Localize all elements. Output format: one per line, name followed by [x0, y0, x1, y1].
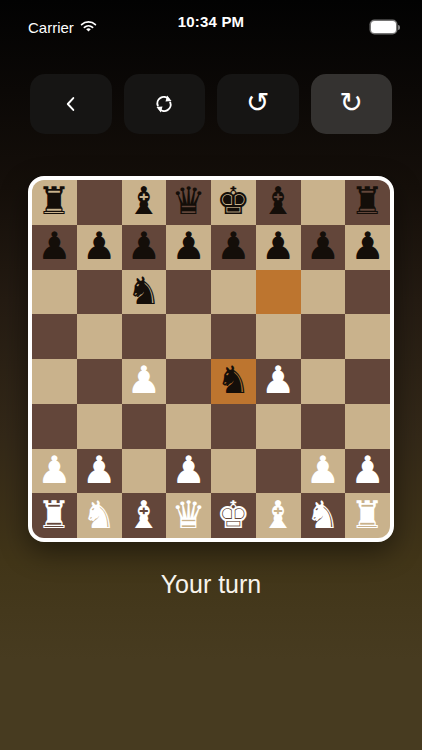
white-bishop: ♝: [261, 496, 295, 534]
square-h3[interactable]: [345, 404, 390, 449]
black-pawn: ♟: [37, 227, 71, 265]
square-f3[interactable]: [256, 404, 301, 449]
square-h4[interactable]: [345, 359, 390, 404]
square-a4[interactable]: [32, 359, 77, 404]
square-d6[interactable]: [166, 270, 211, 315]
square-h5[interactable]: [345, 314, 390, 359]
white-knight: ♞: [82, 496, 116, 534]
square-e5[interactable]: [211, 314, 256, 359]
square-b8[interactable]: [77, 180, 122, 225]
black-knight: ♞: [127, 272, 161, 310]
white-pawn: ♟: [82, 451, 116, 489]
back-button[interactable]: [30, 74, 112, 134]
square-a6[interactable]: [32, 270, 77, 315]
square-b3[interactable]: [77, 404, 122, 449]
square-b5[interactable]: [77, 314, 122, 359]
white-pawn: ♟: [351, 451, 385, 489]
flip-rotate-icon: [152, 92, 176, 116]
white-pawn: ♟: [306, 451, 340, 489]
square-c8[interactable]: ♝: [122, 180, 167, 225]
square-c4[interactable]: ♟: [122, 359, 167, 404]
square-g4[interactable]: [301, 359, 346, 404]
flip-board-button[interactable]: [124, 74, 206, 134]
carrier-label: Carrier: [28, 19, 74, 36]
square-a5[interactable]: [32, 314, 77, 359]
white-rook: ♜: [351, 496, 385, 534]
square-e1[interactable]: ♚: [211, 493, 256, 538]
chess-board: ♜♝♛♚♝♜♟♟♟♟♟♟♟♟♞♟♞♟♟♟♟♟♟♜♞♝♛♚♝♞♜: [28, 176, 394, 542]
white-bishop: ♝: [127, 496, 161, 534]
black-pawn: ♟: [261, 227, 295, 265]
white-pawn: ♟: [37, 451, 71, 489]
black-queen: ♛: [172, 182, 206, 220]
square-g5[interactable]: [301, 314, 346, 359]
square-h1[interactable]: ♜: [345, 493, 390, 538]
white-king: ♚: [216, 496, 250, 534]
black-knight: ♞: [216, 361, 250, 399]
square-b2[interactable]: ♟: [77, 449, 122, 494]
square-g3[interactable]: [301, 404, 346, 449]
square-a3[interactable]: [32, 404, 77, 449]
square-c5[interactable]: [122, 314, 167, 359]
square-d1[interactable]: ♛: [166, 493, 211, 538]
square-d2[interactable]: ♟: [166, 449, 211, 494]
square-e8[interactable]: ♚: [211, 180, 256, 225]
app-screen: Carrier 10:34 PM: [0, 0, 422, 599]
square-b6[interactable]: [77, 270, 122, 315]
white-queen: ♛: [172, 496, 206, 534]
square-g2[interactable]: ♟: [301, 449, 346, 494]
square-g1[interactable]: ♞: [301, 493, 346, 538]
square-g8[interactable]: [301, 180, 346, 225]
square-d8[interactable]: ♛: [166, 180, 211, 225]
undo-button[interactable]: ↺: [217, 74, 299, 134]
square-h6[interactable]: [345, 270, 390, 315]
square-f6[interactable]: [256, 270, 301, 315]
wifi-icon: [80, 19, 97, 36]
square-g6[interactable]: [301, 270, 346, 315]
white-knight: ♞: [306, 496, 340, 534]
square-f4[interactable]: ♟: [256, 359, 301, 404]
black-pawn: ♟: [306, 227, 340, 265]
square-d3[interactable]: [166, 404, 211, 449]
square-e7[interactable]: ♟: [211, 225, 256, 270]
square-d4[interactable]: [166, 359, 211, 404]
square-d5[interactable]: [166, 314, 211, 359]
square-c3[interactable]: [122, 404, 167, 449]
black-pawn: ♟: [216, 227, 250, 265]
chevron-left-icon: [60, 93, 82, 115]
square-a2[interactable]: ♟: [32, 449, 77, 494]
battery-icon: [371, 21, 396, 33]
square-e3[interactable]: [211, 404, 256, 449]
white-rook: ♜: [37, 496, 71, 534]
square-h8[interactable]: ♜: [345, 180, 390, 225]
square-a1[interactable]: ♜: [32, 493, 77, 538]
square-e4[interactable]: ♞: [211, 359, 256, 404]
white-pawn: ♟: [172, 451, 206, 489]
square-a8[interactable]: ♜: [32, 180, 77, 225]
square-f1[interactable]: ♝: [256, 493, 301, 538]
square-h7[interactable]: ♟: [345, 225, 390, 270]
redo-icon: ↻: [340, 89, 363, 117]
toolbar: ↺ ↻: [30, 74, 392, 134]
square-e6[interactable]: [211, 270, 256, 315]
black-rook: ♜: [351, 182, 385, 220]
square-b4[interactable]: [77, 359, 122, 404]
redo-button[interactable]: ↻: [311, 74, 393, 134]
undo-icon: ↺: [246, 89, 269, 117]
square-f7[interactable]: ♟: [256, 225, 301, 270]
square-e2[interactable]: [211, 449, 256, 494]
white-pawn: ♟: [127, 361, 161, 399]
square-c6[interactable]: ♞: [122, 270, 167, 315]
black-rook: ♜: [37, 182, 71, 220]
square-b7[interactable]: ♟: [77, 225, 122, 270]
square-h2[interactable]: ♟: [345, 449, 390, 494]
black-pawn: ♟: [172, 227, 206, 265]
square-b1[interactable]: ♞: [77, 493, 122, 538]
white-pawn: ♟: [261, 361, 295, 399]
square-f2[interactable]: [256, 449, 301, 494]
square-f5[interactable]: [256, 314, 301, 359]
black-pawn: ♟: [127, 227, 161, 265]
black-pawn: ♟: [82, 227, 116, 265]
square-c7[interactable]: ♟: [122, 225, 167, 270]
black-bishop: ♝: [127, 182, 161, 220]
square-c1[interactable]: ♝: [122, 493, 167, 538]
black-pawn: ♟: [351, 227, 385, 265]
square-d7[interactable]: ♟: [166, 225, 211, 270]
turn-indicator: Your turn: [0, 570, 422, 599]
square-g7[interactable]: ♟: [301, 225, 346, 270]
status-bar: Carrier 10:34 PM: [0, 0, 422, 44]
black-bishop: ♝: [261, 182, 295, 220]
square-f8[interactable]: ♝: [256, 180, 301, 225]
board-grid: ♜♝♛♚♝♜♟♟♟♟♟♟♟♟♞♟♞♟♟♟♟♟♟♜♞♝♛♚♝♞♜: [32, 180, 390, 538]
black-king: ♚: [216, 182, 250, 220]
square-c2[interactable]: [122, 449, 167, 494]
square-a7[interactable]: ♟: [32, 225, 77, 270]
